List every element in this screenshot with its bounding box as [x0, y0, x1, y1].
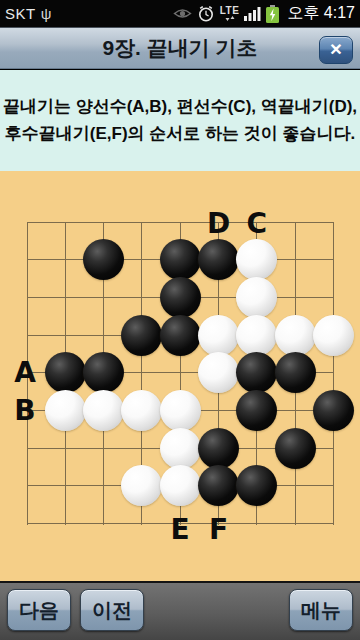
- usb-icon: ψ: [41, 6, 52, 21]
- black-stone: [275, 352, 316, 393]
- white-stone: [236, 277, 277, 318]
- black-stone: [45, 352, 86, 393]
- lesson-description-line2: 후수끝내기(E,F)의 순서로 하는 것이 좋습니다.: [5, 121, 355, 147]
- point-label-E: E: [171, 516, 190, 544]
- point-label-B: B: [14, 397, 35, 425]
- battery-charging-icon: [266, 5, 279, 23]
- close-button[interactable]: ✕: [319, 36, 353, 64]
- grid-line-horizontal: [27, 222, 334, 223]
- black-stone: [160, 277, 201, 318]
- lte-network-icon: LTE: [220, 6, 240, 21]
- app-screen: SKT ψ LTE 오후 4:17 9장. 끝내기 기초: [0, 0, 360, 640]
- point-label-C: C: [247, 210, 268, 238]
- black-stone: [198, 465, 239, 506]
- white-stone: [121, 390, 162, 431]
- black-stone: [236, 465, 277, 506]
- grid-line-vertical: [333, 222, 334, 525]
- black-stone: [236, 352, 277, 393]
- black-stone: [83, 239, 124, 280]
- white-stone: [313, 315, 354, 356]
- white-stone: [160, 390, 201, 431]
- prev-button[interactable]: 이전: [80, 589, 144, 631]
- white-stone: [45, 390, 86, 431]
- white-stone: [275, 315, 316, 356]
- lte-arrows-icon: [225, 16, 235, 21]
- eye-icon: [173, 7, 192, 20]
- carrier-label: SKT: [5, 5, 36, 22]
- black-stone: [198, 428, 239, 469]
- black-stone: [160, 239, 201, 280]
- white-stone: [236, 315, 277, 356]
- signal-strength-icon: [244, 7, 261, 21]
- white-stone: [198, 352, 239, 393]
- black-stone: [275, 428, 316, 469]
- point-label-F: F: [209, 516, 228, 544]
- clock-time: 오후 4:17: [287, 3, 355, 24]
- black-stone: [313, 390, 354, 431]
- point-label-D: D: [207, 210, 230, 238]
- black-stone: [121, 315, 162, 356]
- white-stone: [83, 390, 124, 431]
- go-board[interactable]: ABDCEF: [0, 171, 360, 581]
- black-stone: [236, 390, 277, 431]
- alarm-clock-icon: [197, 5, 215, 22]
- white-stone: [121, 465, 162, 506]
- network-type-label: LTE: [220, 6, 240, 16]
- go-board-area: ABDCEF: [0, 171, 360, 581]
- lesson-description-line1: 끝내기는 양선수(A,B), 편선수(C), 역끝내기(D),: [3, 94, 357, 120]
- title-bar: 9장. 끝내기 기초 ✕: [0, 27, 360, 69]
- close-icon: ✕: [329, 42, 342, 58]
- point-label-A: A: [14, 359, 36, 387]
- status-bar: SKT ψ LTE 오후 4:17: [0, 0, 360, 27]
- white-stone: [160, 465, 201, 506]
- next-button[interactable]: 다음: [7, 589, 71, 631]
- bottom-bar: 다음 이전 메뉴: [0, 581, 360, 640]
- white-stone: [160, 428, 201, 469]
- page-title: 9장. 끝내기 기초: [102, 34, 257, 62]
- black-stone: [198, 239, 239, 280]
- white-stone: [198, 315, 239, 356]
- lesson-description: 끝내기는 양선수(A,B), 편선수(C), 역끝내기(D), 후수끝내기(E,…: [0, 70, 360, 171]
- black-stone: [160, 315, 201, 356]
- black-stone: [83, 352, 124, 393]
- white-stone: [236, 239, 277, 280]
- menu-button[interactable]: 메뉴: [289, 589, 353, 631]
